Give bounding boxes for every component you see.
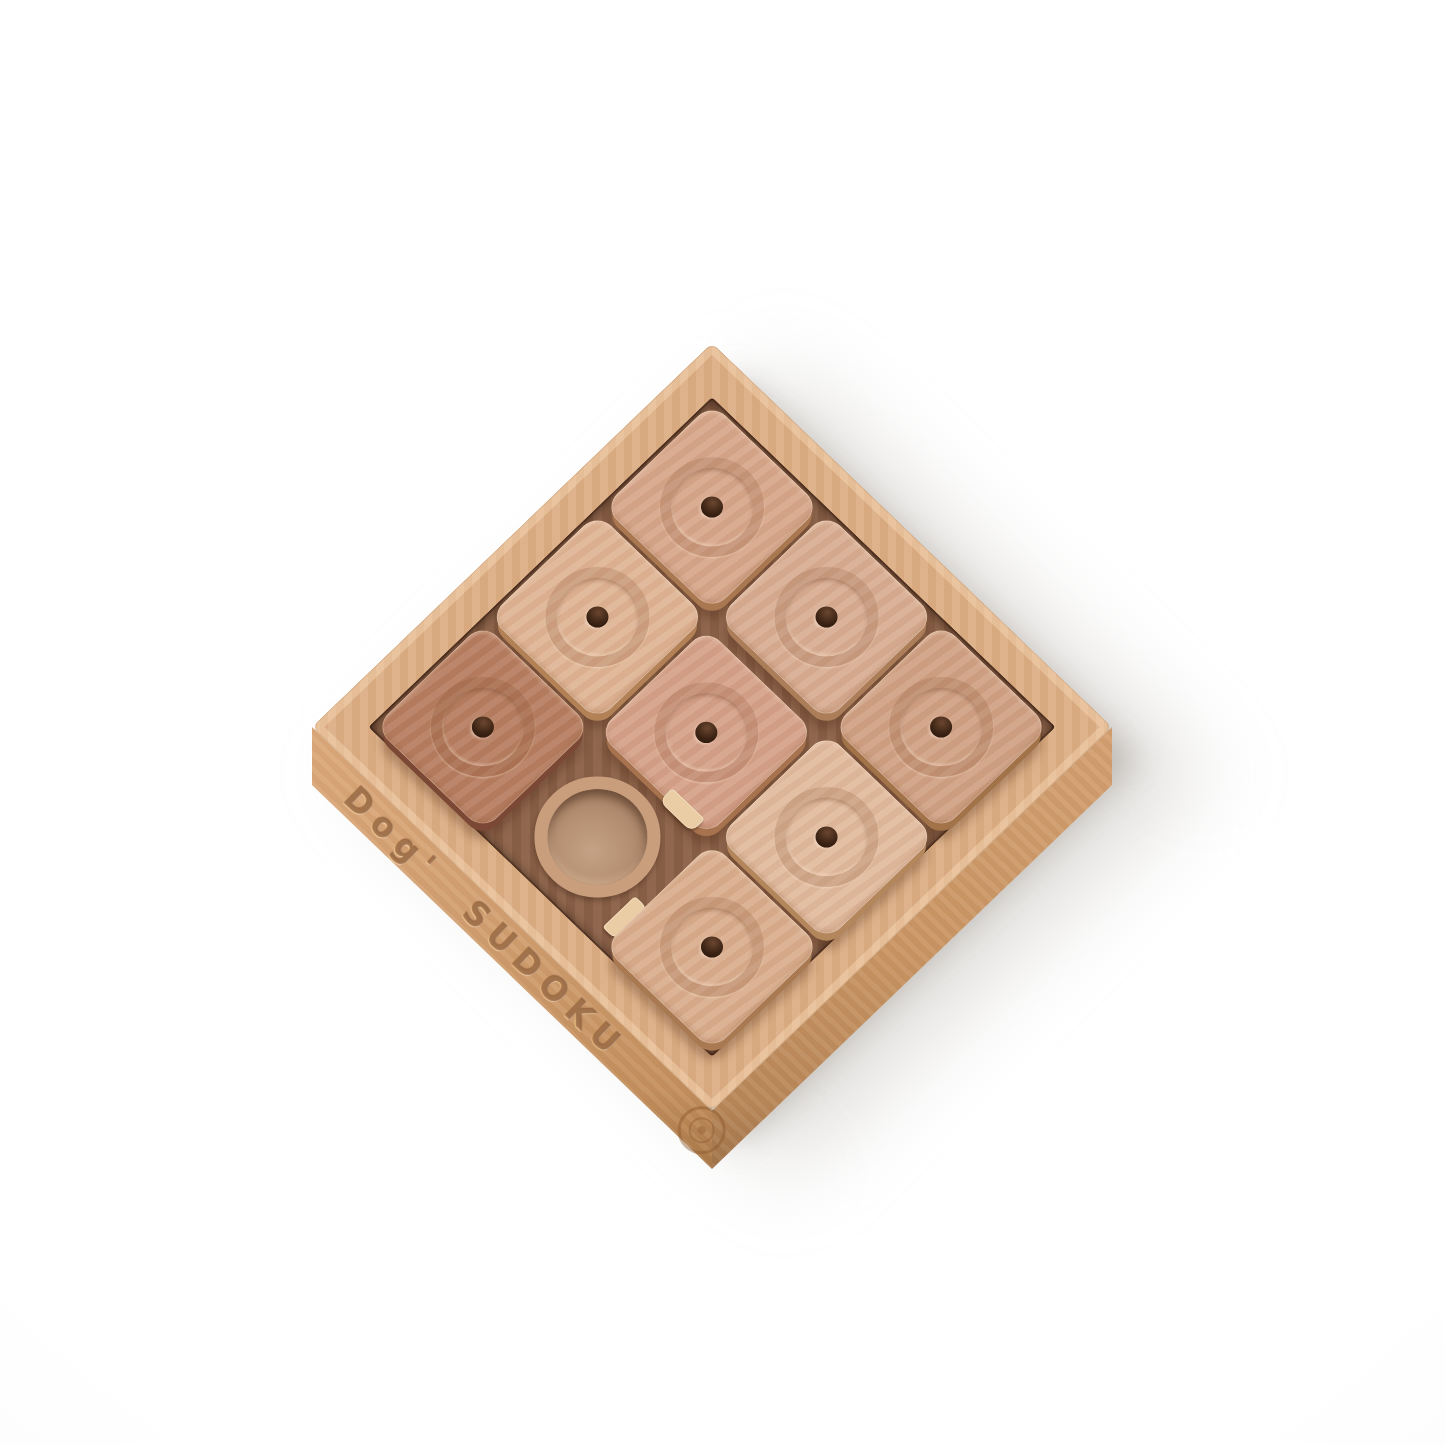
product-photo-stage: Dog' SUDOKU [0, 0, 1445, 1445]
puzzle-board [312, 343, 1112, 1111]
